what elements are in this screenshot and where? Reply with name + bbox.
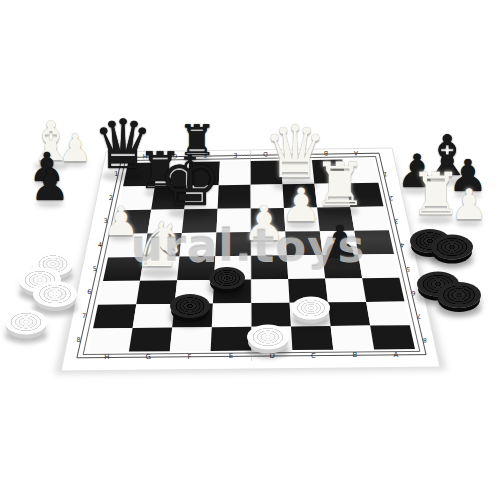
svg-text:8: 8	[423, 337, 427, 344]
black-pawn-piece: ♟	[30, 163, 69, 207]
black-checker	[437, 282, 481, 308]
svg-text:3: 3	[395, 218, 399, 225]
svg-text:E: E	[229, 352, 233, 360]
white-checker	[33, 281, 77, 307]
svg-text:5: 5	[93, 265, 97, 273]
white-pawn-piece: ♟	[450, 184, 488, 226]
svg-text:2: 2	[389, 195, 393, 202]
white-checker	[292, 297, 330, 320]
svg-text:H: H	[104, 353, 109, 361]
svg-text:5: 5	[406, 266, 410, 273]
svg-text:6: 6	[412, 290, 416, 297]
svg-text:7: 7	[82, 312, 86, 320]
product-photo-scene: HGFEDCBAHGFEDCBA1234567812345678 ♝♟♟♟♛♜♜…	[0, 0, 500, 500]
black-pawn-piece: ♟	[320, 220, 359, 264]
svg-text:8: 8	[77, 336, 81, 344]
svg-text:C: C	[311, 352, 316, 360]
white-checker	[5, 310, 47, 335]
svg-text:4: 4	[400, 242, 404, 249]
black-checker	[431, 235, 473, 260]
svg-text:7: 7	[417, 313, 421, 320]
white-knight-piece: ♞	[132, 214, 188, 276]
svg-text:B: B	[352, 351, 357, 359]
svg-text:1: 1	[383, 171, 387, 178]
svg-text:4: 4	[98, 241, 102, 249]
black-king-piece: ♚	[159, 146, 222, 216]
black-checker	[209, 267, 245, 289]
svg-text:A: A	[394, 351, 399, 359]
svg-text:E: E	[233, 152, 237, 159]
svg-text:6: 6	[87, 288, 91, 296]
black-checker	[170, 294, 210, 318]
white-checker	[247, 325, 289, 350]
white-pawn-piece: ♟	[242, 199, 285, 247]
svg-text:G: G	[146, 353, 151, 361]
white-pawn-piece: ♟	[280, 182, 321, 228]
svg-text:F: F	[188, 353, 192, 361]
